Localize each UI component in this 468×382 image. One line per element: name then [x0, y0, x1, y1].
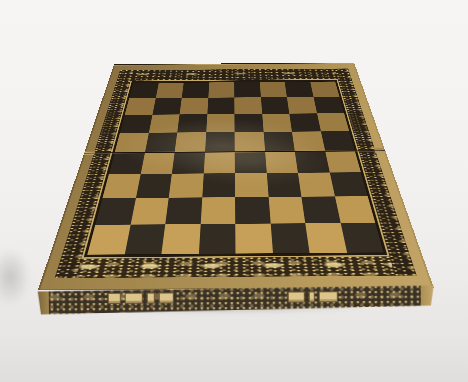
board-square — [263, 132, 295, 152]
board-square — [102, 174, 140, 198]
board-square — [234, 82, 260, 97]
board-square — [165, 198, 202, 225]
board-square — [152, 98, 182, 115]
board-square — [207, 97, 234, 114]
gilt-motif-block — [147, 293, 155, 304]
board-square — [295, 151, 330, 173]
board-square — [145, 132, 178, 152]
board-square — [155, 83, 183, 98]
board-square — [235, 224, 272, 254]
board-square — [172, 152, 205, 174]
board-square — [325, 151, 361, 173]
board-tilt-wrapper — [0, 0, 468, 382]
gilt-motif-right — [288, 291, 338, 302]
board-square — [289, 113, 320, 131]
board-square — [109, 152, 145, 174]
board-square — [87, 225, 130, 255]
gilt-motif-block — [159, 292, 174, 303]
board-square — [235, 173, 268, 197]
gilt-border-bottom — [55, 256, 417, 278]
board-square — [120, 115, 152, 133]
board-square — [234, 97, 262, 114]
board-square — [285, 82, 313, 97]
gilt-motif-block — [309, 291, 315, 302]
board-square — [175, 132, 206, 152]
board-square — [124, 224, 165, 254]
board-square — [202, 173, 235, 197]
board-square — [287, 97, 317, 114]
board-square — [321, 131, 355, 151]
board-square — [317, 113, 350, 131]
board-square — [203, 152, 235, 174]
board-square — [149, 114, 180, 132]
board-square — [235, 132, 265, 152]
board-square — [206, 114, 235, 132]
board-square — [235, 197, 270, 224]
hinge-notch-right — [374, 148, 386, 153]
board-square — [298, 173, 335, 197]
board-square — [234, 114, 263, 132]
board-square — [115, 133, 149, 153]
board-square — [182, 82, 209, 97]
board-square — [198, 224, 235, 254]
board-square — [95, 198, 135, 225]
gilt-motif-block — [319, 291, 338, 302]
front-edge-right-cap — [421, 286, 434, 313]
gilt-motif-left — [108, 292, 174, 303]
board-square — [136, 174, 172, 198]
board-square — [205, 132, 235, 152]
lacquer-games-board — [38, 63, 434, 291]
board-square — [261, 97, 290, 114]
gilt-motif-block — [108, 293, 121, 304]
board-square — [125, 98, 156, 115]
board-square — [130, 198, 168, 225]
board-square — [200, 197, 235, 224]
board-back-edge — [113, 63, 354, 66]
board-square — [270, 223, 309, 253]
gilt-motif-block — [288, 291, 305, 302]
board-square — [265, 151, 298, 173]
board-square — [329, 172, 367, 196]
board-square — [268, 197, 305, 224]
front-edge-left-cap — [38, 288, 49, 315]
photo-backdrop — [0, 0, 468, 382]
board-square — [310, 82, 340, 97]
board-square — [235, 151, 267, 173]
hinge-notch-left — [83, 151, 95, 156]
board-square — [262, 114, 292, 132]
board-square — [177, 114, 207, 132]
board-square — [169, 174, 204, 198]
board-square — [292, 131, 325, 151]
board-square — [259, 82, 286, 97]
board-square — [161, 224, 200, 254]
board-square — [266, 173, 301, 197]
board-square — [129, 83, 158, 98]
checkerboard — [87, 82, 383, 255]
board-square — [140, 152, 174, 174]
board-square — [208, 82, 234, 97]
gilt-motif-block — [125, 293, 143, 304]
board-square — [313, 97, 344, 114]
board-square — [180, 98, 208, 115]
